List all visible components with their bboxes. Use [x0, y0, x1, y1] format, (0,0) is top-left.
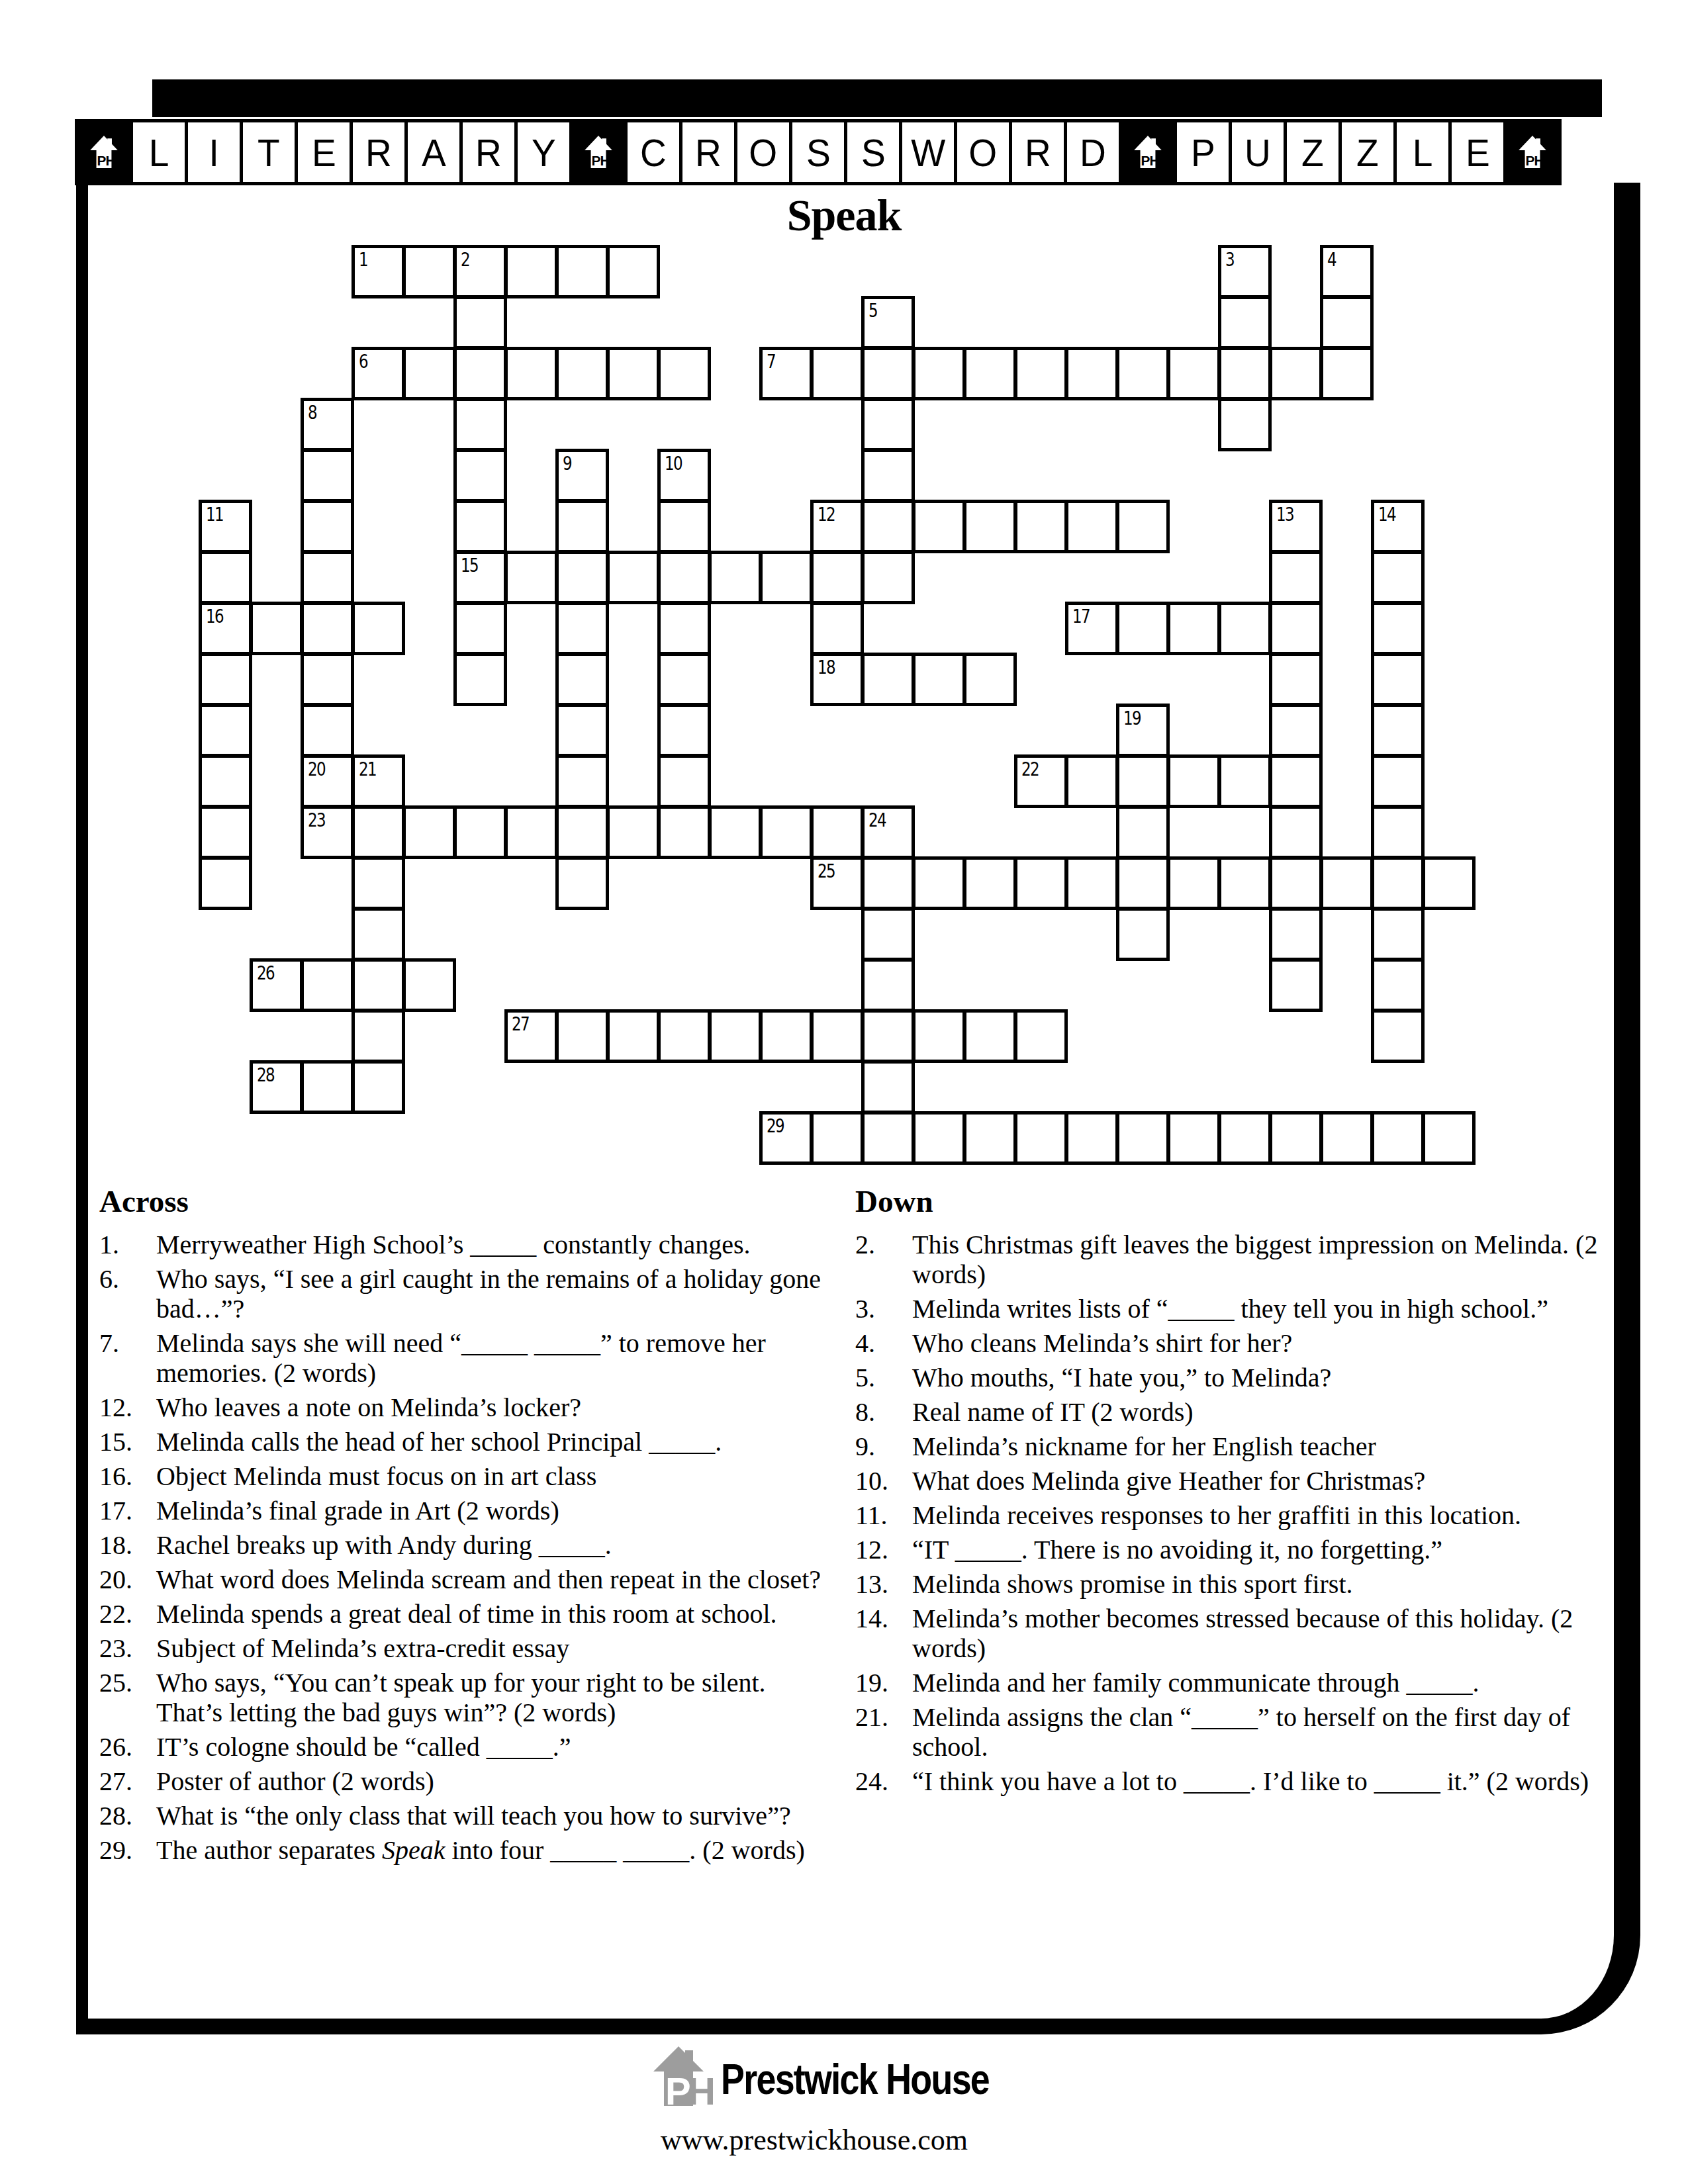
grid-cell — [657, 805, 711, 859]
grid-cell — [861, 551, 915, 604]
grid-cell: 6 — [352, 347, 405, 400]
clue-number: 5. — [855, 1363, 875, 1392]
grid-cell — [1320, 856, 1374, 910]
grid-cell — [912, 500, 966, 553]
grid-cell — [1371, 958, 1425, 1012]
worksheet-page: { "game": "crossword", "title": "Speak",… — [0, 0, 1688, 2184]
banner-letter-cell: Y — [514, 119, 573, 185]
grid-cell — [759, 551, 813, 604]
clue-item: 17.Melinda’s final grade in Art (2 words… — [99, 1496, 831, 1525]
grid-cell — [301, 449, 354, 502]
grid-cell — [810, 347, 864, 400]
grid-cell — [861, 1009, 915, 1063]
grid-cell — [1269, 602, 1323, 655]
grid-cell — [352, 602, 405, 655]
grid-cell — [555, 754, 609, 808]
clue-item: 9.Melinda’s nickname for her English tea… — [855, 1432, 1598, 1461]
clue-number: 23. — [99, 1633, 132, 1663]
grid-cell: 12 — [810, 500, 864, 553]
grid-cell — [1320, 347, 1374, 400]
clue-text: Real name of IT (2 words) — [912, 1397, 1194, 1427]
grid-cell — [1269, 1111, 1323, 1165]
cell-number: 20 — [308, 758, 325, 780]
grid-cell — [1116, 347, 1170, 400]
prestwick-house-icon: PH — [1503, 119, 1562, 185]
grid-cell — [453, 602, 507, 655]
grid-cell — [1065, 347, 1119, 400]
footer-logo: PH Prestwick House — [0, 2044, 1688, 2115]
grid-cell — [1371, 653, 1425, 706]
svg-text:H: H — [688, 2070, 716, 2113]
grid-cell — [1167, 754, 1221, 808]
grid-cell — [1116, 856, 1170, 910]
grid-cell — [1014, 347, 1068, 400]
banner-letter-cell: W — [899, 119, 957, 185]
grid-cell — [301, 704, 354, 757]
grid-cell — [301, 602, 354, 655]
brand-name: Prestwick House — [721, 2044, 989, 2115]
banner-letter-cell: I — [185, 119, 243, 185]
banner-letter-cell: Z — [1284, 119, 1342, 185]
grid-cell — [1116, 907, 1170, 961]
banner-letter-cell: A — [404, 119, 463, 185]
grid-cell — [555, 653, 609, 706]
grid-cell — [606, 347, 660, 400]
down-header: Down — [855, 1183, 1598, 1219]
cell-number: 2 — [461, 249, 469, 271]
page-title: Speak — [662, 189, 1026, 242]
grid-cell — [1371, 1111, 1425, 1165]
grid-cell — [402, 347, 456, 400]
grid-cell — [708, 805, 762, 859]
grid-cell — [1167, 1111, 1221, 1165]
cell-number: 3 — [1225, 249, 1234, 271]
across-header: Across — [99, 1183, 831, 1219]
grid-cell — [1269, 907, 1323, 961]
grid-cell — [352, 958, 405, 1012]
cell-number: 26 — [257, 962, 274, 984]
svg-text:P: P — [1141, 153, 1150, 168]
clue-text: Who cleans Melinda’s shirt for her? — [912, 1328, 1292, 1358]
grid-cell — [199, 653, 252, 706]
grid-cell — [963, 347, 1017, 400]
grid-cell — [657, 1009, 711, 1063]
cell-number: 4 — [1327, 249, 1336, 271]
clue-item: 10.What does Melinda give Heather for Ch… — [855, 1466, 1598, 1496]
clue-number: 29. — [99, 1835, 132, 1865]
grid-cell — [1014, 1009, 1068, 1063]
grid-cell — [759, 805, 813, 859]
banner-letter-cell: E — [295, 119, 353, 185]
clue-text: This Christmas gift leaves the biggest i… — [912, 1230, 1597, 1289]
banner-letter-cell: S — [844, 119, 902, 185]
clue-item: 29.The author separates Speak into four … — [99, 1835, 831, 1865]
grid-cell — [606, 1009, 660, 1063]
grid-cell — [453, 805, 507, 859]
clue-item: 25.Who says, “You can’t speak up for you… — [99, 1668, 831, 1727]
grid-cell — [1422, 1111, 1476, 1165]
grid-cell — [1218, 347, 1272, 400]
grid-cell: 8 — [301, 398, 354, 451]
banner-letter-cell: L — [130, 119, 188, 185]
grid-cell — [555, 347, 609, 400]
cell-number: 17 — [1072, 606, 1090, 627]
grid-cell: 22 — [1014, 754, 1068, 808]
clue-number: 25. — [99, 1668, 132, 1698]
svg-text:P: P — [97, 153, 107, 168]
clue-item: 12.“IT _____. There is no avoiding it, n… — [855, 1535, 1598, 1565]
grid-cell — [912, 1009, 966, 1063]
grid-cell — [1269, 704, 1323, 757]
banner-letter-cell: U — [1229, 119, 1287, 185]
cell-number: 8 — [308, 402, 316, 424]
svg-text:H: H — [1150, 153, 1160, 168]
grid-cell — [708, 1009, 762, 1063]
banner-letter-cell: R — [459, 119, 518, 185]
grid-cell — [352, 1060, 405, 1114]
crossword-grid: 1234567891011121314151617181920212223242… — [199, 245, 1478, 1167]
grid-cell — [1167, 602, 1221, 655]
grid-cell — [1371, 1009, 1425, 1063]
grid-cell — [352, 907, 405, 961]
prestwick-house-icon: PH — [569, 119, 628, 185]
grid-cell — [555, 704, 609, 757]
cell-number: 9 — [563, 453, 571, 475]
svg-text:H: H — [1534, 153, 1544, 168]
grid-cell — [1218, 398, 1272, 451]
grid-cell — [1371, 754, 1425, 808]
grid-cell — [861, 398, 915, 451]
grid-cell — [861, 856, 915, 910]
grid-cell — [963, 653, 1017, 706]
grid-cell — [555, 500, 609, 553]
grid-cell — [606, 551, 660, 604]
clue-text: What is “the only class that will teach … — [156, 1801, 791, 1831]
grid-cell: 26 — [250, 958, 303, 1012]
grid-cell — [453, 347, 507, 400]
grid-cell: 20 — [301, 754, 354, 808]
down-clue-list: 2.This Christmas gift leaves the biggest… — [855, 1230, 1598, 1796]
grid-cell — [1269, 958, 1323, 1012]
banner-letter-cell: C — [624, 119, 682, 185]
grid-cell — [606, 245, 660, 298]
clue-item: 24.“I think you have a lot to _____. I’d… — [855, 1766, 1598, 1796]
grid-cell — [1065, 856, 1119, 910]
clue-text: What does Melinda give Heather for Chris… — [912, 1466, 1425, 1496]
grid-cell — [1269, 551, 1323, 604]
grid-cell — [861, 500, 915, 553]
banner-letter-cell: P — [1174, 119, 1232, 185]
grid-cell — [810, 551, 864, 604]
grid-cell — [199, 551, 252, 604]
clue-item: 1.Merryweather High School’s _____ const… — [99, 1230, 831, 1259]
clue-number: 11. — [855, 1500, 888, 1530]
cell-number: 15 — [461, 555, 478, 576]
grid-cell — [810, 805, 864, 859]
grid-cell — [657, 551, 711, 604]
grid-cell — [555, 245, 609, 298]
grid-cell — [352, 1009, 405, 1063]
grid-cell — [861, 449, 915, 502]
grid-cell — [861, 958, 915, 1012]
grid-cell — [606, 805, 660, 859]
top-black-bar — [152, 79, 1602, 117]
grid-cell — [199, 856, 252, 910]
clue-item: 15.Melinda calls the head of her school … — [99, 1427, 831, 1457]
cell-number: 24 — [868, 809, 886, 831]
grid-cell — [1116, 805, 1170, 859]
cell-number: 27 — [512, 1013, 529, 1035]
grid-cell — [657, 653, 711, 706]
grid-cell — [708, 551, 762, 604]
grid-cell — [352, 856, 405, 910]
grid-cell — [657, 704, 711, 757]
grid-cell: 1 — [352, 245, 405, 298]
clue-number: 28. — [99, 1801, 132, 1831]
clue-text: Rachel breaks up with Andy during _____. — [156, 1530, 612, 1560]
grid-cell — [301, 1060, 354, 1114]
cell-number: 11 — [206, 504, 223, 525]
cell-number: 10 — [665, 453, 682, 475]
clue-text: Melinda receives responses to her graffi… — [912, 1500, 1521, 1530]
clue-text: Who mouths, “I hate you,” to Melinda? — [912, 1363, 1331, 1392]
grid-cell — [1422, 856, 1476, 910]
svg-text:H: H — [600, 153, 610, 168]
clue-item: 5.Who mouths, “I hate you,” to Melinda? — [855, 1363, 1598, 1392]
grid-cell — [1014, 856, 1068, 910]
grid-cell — [301, 500, 354, 553]
grid-cell — [963, 1111, 1017, 1165]
grid-cell — [301, 958, 354, 1012]
clue-text: Who says, “I see a girl caught in the re… — [156, 1264, 821, 1324]
cell-number: 12 — [818, 504, 835, 525]
grid-cell — [1269, 856, 1323, 910]
svg-text:P: P — [1526, 153, 1535, 168]
grid-cell — [912, 347, 966, 400]
clue-number: 12. — [855, 1535, 888, 1565]
clue-text: Melinda’s mother becomes stressed becaus… — [912, 1604, 1573, 1663]
grid-cell — [402, 805, 456, 859]
clue-text: Melinda shows promise in this sport firs… — [912, 1569, 1353, 1599]
cell-number: 23 — [308, 809, 325, 831]
clue-item: 12.Who leaves a note on Melinda’s locker… — [99, 1392, 831, 1422]
clue-number: 1. — [99, 1230, 119, 1259]
grid-cell — [504, 805, 558, 859]
clue-number: 8. — [855, 1397, 875, 1427]
clue-text: IT’s cologne should be “called _____.” — [156, 1732, 571, 1762]
banner-letter-cell: T — [240, 119, 298, 185]
grid-cell — [1065, 1111, 1119, 1165]
grid-cell — [861, 1060, 915, 1114]
grid-cell: 4 — [1320, 245, 1374, 298]
clue-text: “IT _____. There is no avoiding it, no f… — [912, 1535, 1442, 1565]
clue-item: 21.Melinda assigns the clan “_____” to h… — [855, 1702, 1598, 1762]
grid-cell — [1218, 602, 1272, 655]
grid-cell: 23 — [301, 805, 354, 859]
clue-item: 2.This Christmas gift leaves the biggest… — [855, 1230, 1598, 1289]
grid-cell: 25 — [810, 856, 864, 910]
clue-text: Melinda and her family communicate throu… — [912, 1668, 1479, 1698]
clue-number: 22. — [99, 1599, 132, 1629]
clue-number: 17. — [99, 1496, 132, 1525]
clue-text: Poster of author (2 words) — [156, 1766, 434, 1796]
grid-cell: 21 — [352, 754, 405, 808]
cell-number: 6 — [359, 351, 367, 373]
clue-text: Object Melinda must focus on in art clas… — [156, 1461, 596, 1491]
cell-number: 28 — [257, 1064, 274, 1086]
clue-text: Subject of Melinda’s extra-credit essay — [156, 1633, 569, 1663]
cell-number: 13 — [1276, 504, 1293, 525]
grid-cell — [555, 602, 609, 655]
grid-cell — [250, 602, 303, 655]
clue-number: 24. — [855, 1766, 888, 1796]
banner-letter-cell: D — [1064, 119, 1122, 185]
grid-cell — [1014, 1111, 1068, 1165]
clue-number: 15. — [99, 1427, 132, 1457]
grid-cell — [352, 805, 405, 859]
clue-text: Melinda’s nickname for her English teach… — [912, 1432, 1376, 1461]
grid-cell — [657, 602, 711, 655]
grid-cell — [1116, 1111, 1170, 1165]
grid-cell — [1269, 347, 1323, 400]
clue-item: 14.Melinda’s mother becomes stressed bec… — [855, 1604, 1598, 1663]
grid-cell — [555, 1009, 609, 1063]
footer-url: www.prestwickhouse.com — [0, 2123, 1628, 2157]
grid-cell — [1371, 856, 1425, 910]
clue-number: 19. — [855, 1668, 888, 1698]
banner-letter-cell: L — [1393, 119, 1452, 185]
grid-cell — [199, 704, 252, 757]
clue-text: Who leaves a note on Melinda’s locker? — [156, 1392, 581, 1422]
clue-number: 3. — [855, 1294, 875, 1324]
cell-number: 18 — [818, 657, 835, 678]
grid-cell — [1269, 754, 1323, 808]
banner-row: PHLITERARYPHCROSSWORDPHPUZZLEPH — [78, 119, 1562, 185]
cell-number: 1 — [359, 249, 367, 271]
grid-cell — [912, 856, 966, 910]
clue-item: 16.Object Melinda must focus on in art c… — [99, 1461, 831, 1491]
grid-cell — [963, 500, 1017, 553]
grid-cell — [657, 347, 711, 400]
banner-letter-cell: S — [789, 119, 847, 185]
clue-item: 23.Subject of Melinda’s extra-credit ess… — [99, 1633, 831, 1663]
clue-item: 4.Who cleans Melinda’s shirt for her? — [855, 1328, 1598, 1358]
down-clues-section: Down 2.This Christmas gift leaves the bi… — [855, 1183, 1598, 1801]
clue-text: Melinda writes lists of “_____ they tell… — [912, 1294, 1548, 1324]
cell-number: 25 — [818, 860, 835, 882]
clue-number: 21. — [855, 1702, 888, 1732]
clue-text: Melinda assigns the clan “_____” to hers… — [912, 1702, 1570, 1762]
grid-cell — [555, 856, 609, 910]
grid-cell — [555, 805, 609, 859]
across-clue-list: 1.Merryweather High School’s _____ const… — [99, 1230, 831, 1865]
grid-cell — [912, 653, 966, 706]
clue-item: 26.IT’s cologne should be “called _____.… — [99, 1732, 831, 1762]
grid-cell — [1371, 551, 1425, 604]
grid-cell — [1167, 856, 1221, 910]
grid-cell: 13 — [1269, 500, 1323, 553]
grid-cell — [199, 754, 252, 808]
clue-item: 27.Poster of author (2 words) — [99, 1766, 831, 1796]
grid-cell — [1371, 602, 1425, 655]
clue-text: The author separates Speak into four ___… — [156, 1835, 805, 1865]
grid-cell: 17 — [1065, 602, 1119, 655]
clue-item: 7.Melinda says she will need “_____ ____… — [99, 1328, 831, 1388]
grid-cell: 9 — [555, 449, 609, 502]
grid-cell — [301, 551, 354, 604]
across-clues-section: Across 1.Merryweather High School’s ____… — [99, 1183, 831, 1870]
prestwick-house-icon: PH — [75, 119, 133, 185]
cell-number: 5 — [868, 300, 877, 322]
clue-item: 28.What is “the only class that will tea… — [99, 1801, 831, 1831]
cell-number: 29 — [767, 1115, 784, 1137]
grid-cell — [1218, 754, 1272, 808]
grid-cell — [1371, 704, 1425, 757]
grid-cell: 16 — [199, 602, 252, 655]
grid-cell — [1269, 653, 1323, 706]
grid-cell: 15 — [453, 551, 507, 604]
clue-text: Melinda’s final grade in Art (2 words) — [156, 1496, 559, 1525]
banner-letter-cell: O — [734, 119, 792, 185]
clue-text: Melinda calls the head of her school Pri… — [156, 1427, 722, 1457]
clue-item: 11.Melinda receives responses to her gra… — [855, 1500, 1598, 1530]
grid-cell — [402, 245, 456, 298]
grid-cell — [810, 1009, 864, 1063]
grid-cell — [1065, 500, 1119, 553]
cell-number: 21 — [359, 758, 376, 780]
clue-text: Merryweather High School’s _____ constan… — [156, 1230, 751, 1259]
grid-cell: 18 — [810, 653, 864, 706]
grid-cell — [1218, 1111, 1272, 1165]
clue-text: Melinda spends a great deal of time in t… — [156, 1599, 777, 1629]
clue-item: 6.Who says, “I see a girl caught in the … — [99, 1264, 831, 1324]
grid-cell — [504, 347, 558, 400]
grid-cell — [1320, 296, 1374, 349]
banner-letter-cell: Z — [1338, 119, 1397, 185]
clue-text: Who says, “You can’t speak up for your r… — [156, 1668, 766, 1727]
clue-number: 10. — [855, 1466, 888, 1496]
grid-cell — [453, 296, 507, 349]
grid-cell — [1269, 805, 1323, 859]
clue-number: 18. — [99, 1530, 132, 1560]
banner-letter-cell: R — [350, 119, 408, 185]
prestwick-house-icon: PH — [1119, 119, 1177, 185]
grid-cell: 7 — [759, 347, 813, 400]
grid-cell — [657, 754, 711, 808]
clue-item: 20.What word does Melinda scream and the… — [99, 1565, 831, 1594]
clue-number: 12. — [99, 1392, 132, 1422]
clue-number: 4. — [855, 1328, 875, 1358]
grid-cell — [759, 1009, 813, 1063]
grid-cell — [810, 602, 864, 655]
grid-cell — [1065, 754, 1119, 808]
cell-number: 7 — [767, 351, 775, 373]
grid-cell — [453, 653, 507, 706]
grid-cell — [453, 500, 507, 553]
grid-cell: 19 — [1116, 704, 1170, 757]
banner-letter-cell: O — [954, 119, 1012, 185]
grid-cell — [1218, 856, 1272, 910]
clue-text: “I think you have a lot to _____. I’d li… — [912, 1766, 1589, 1796]
grid-cell — [504, 551, 558, 604]
banner-letter-cell: R — [1009, 119, 1067, 185]
grid-cell: 5 — [861, 296, 915, 349]
grid-cell — [555, 551, 609, 604]
cell-number: 14 — [1378, 504, 1395, 525]
svg-text:H: H — [106, 153, 116, 168]
clue-number: 7. — [99, 1328, 119, 1358]
clue-item: 8.Real name of IT (2 words) — [855, 1397, 1598, 1427]
